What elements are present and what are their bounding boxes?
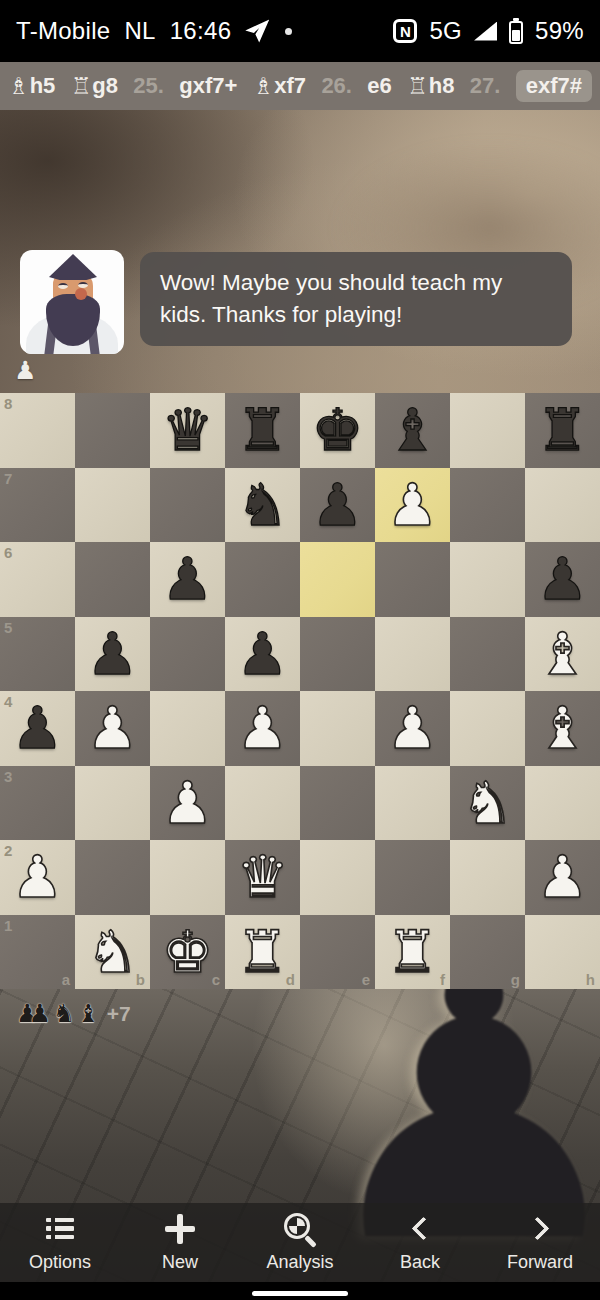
square-h3[interactable] (525, 766, 600, 841)
black-pawn[interactable]: ♟ (300, 468, 375, 543)
square-h2[interactable]: ♟ (525, 840, 600, 915)
black-pawn[interactable]: ♟ (75, 617, 150, 692)
battery-percent-label: 59% (535, 17, 584, 45)
signal-strength-icon (474, 22, 497, 41)
square-d5[interactable]: ♟ (225, 617, 300, 692)
move-item[interactable]: gxf7+ (179, 73, 237, 99)
file-label: h (586, 971, 595, 988)
white-queen[interactable]: ♛ (225, 840, 300, 915)
square-f4[interactable]: ♟ (375, 691, 450, 766)
nfc-icon: N (393, 19, 417, 43)
white-pawn[interactable]: ♟ (150, 766, 225, 841)
white-pawn[interactable]: ♟ (375, 691, 450, 766)
square-a5[interactable]: 5 (0, 617, 75, 692)
rank-label: 7 (4, 470, 12, 487)
move-number[interactable]: 25. (133, 73, 164, 99)
black-pawn[interactable]: ♟ (0, 691, 75, 766)
square-g2[interactable] (450, 840, 525, 915)
square-f8[interactable]: ♝ (375, 393, 450, 468)
square-d4[interactable]: ♟ (225, 691, 300, 766)
square-e8[interactable]: ♚ (300, 393, 375, 468)
black-bishop[interactable]: ♝ (375, 393, 450, 468)
square-g1[interactable]: g (450, 915, 525, 990)
black-knight[interactable]: ♞ (225, 468, 300, 543)
square-h5[interactable]: ♝ (525, 617, 600, 692)
analysis-label: Analysis (266, 1252, 333, 1273)
square-a2[interactable]: 2♟ (0, 840, 75, 915)
black-pawn[interactable]: ♟ (150, 542, 225, 617)
file-label: a (62, 971, 70, 988)
opponent-avatar (20, 250, 124, 354)
chess-board[interactable]: 8♛♜♚♝♜7♞♟♟6♟♟5♟♟♝4♟♟♟♟♝3♟♞2♟♛♟1ab♞c♚d♜ef… (0, 393, 600, 989)
white-pawn[interactable]: ♟ (0, 840, 75, 915)
square-a7[interactable]: 7 (0, 468, 75, 543)
white-knight[interactable]: ♞ (450, 766, 525, 841)
white-pawn[interactable]: ♟ (375, 468, 450, 543)
square-b6[interactable] (75, 542, 150, 617)
square-a1[interactable]: 1a (0, 915, 75, 990)
square-c2[interactable] (150, 840, 225, 915)
captured-piece: ♞ (53, 999, 75, 1028)
captured-piece: ♟ (28, 999, 50, 1028)
square-f3[interactable] (375, 766, 450, 841)
square-a8[interactable]: 8 (0, 393, 75, 468)
gesture-bar-area (0, 1282, 600, 1300)
battery-icon (509, 21, 523, 44)
square-c3[interactable]: ♟ (150, 766, 225, 841)
square-f5[interactable] (375, 617, 450, 692)
square-g3[interactable]: ♞ (450, 766, 525, 841)
square-b7[interactable] (75, 468, 150, 543)
opponent-chat-bubble: Wow! Maybe you should teach my kids. Tha… (140, 252, 572, 346)
rank-label: 8 (4, 395, 12, 412)
rank-label: 5 (4, 619, 12, 636)
status-bar: T-Mobile NL 16:46 N 5G 59% (0, 0, 600, 62)
square-e7[interactable]: ♟ (300, 468, 375, 543)
rank-label: 3 (4, 768, 12, 785)
forward-label: Forward (507, 1252, 573, 1273)
square-h8[interactable]: ♜ (525, 393, 600, 468)
move-item[interactable]: e6 (367, 73, 391, 99)
square-a4[interactable]: 4♟ (0, 691, 75, 766)
square-b8[interactable] (75, 393, 150, 468)
square-e6[interactable] (300, 542, 375, 617)
square-c4[interactable] (150, 691, 225, 766)
square-d7[interactable]: ♞ (225, 468, 300, 543)
back-button[interactable]: Back (360, 1203, 480, 1282)
network-type-label: 5G (429, 17, 462, 45)
square-f6[interactable] (375, 542, 450, 617)
move-number[interactable]: 26. (321, 73, 352, 99)
file-label: e (362, 971, 370, 988)
options-label: Options (29, 1252, 91, 1273)
black-pawn[interactable]: ♟ (525, 542, 600, 617)
square-f1[interactable]: f♜ (375, 915, 450, 990)
square-h1[interactable]: h (525, 915, 600, 990)
avatar-nose (75, 288, 87, 300)
square-c6[interactable]: ♟ (150, 542, 225, 617)
square-a3[interactable]: 3 (0, 766, 75, 841)
square-b5[interactable]: ♟ (75, 617, 150, 692)
white-bishop[interactable]: ♝ (525, 691, 600, 766)
carrier-label: T-Mobile (16, 17, 110, 45)
background-landscape: Wow! Maybe you should teach my kids. Tha… (0, 110, 600, 393)
square-d6[interactable] (225, 542, 300, 617)
move-item[interactable]: exf7# (516, 70, 592, 102)
square-g6[interactable] (450, 542, 525, 617)
black-king[interactable]: ♚ (300, 393, 375, 468)
chevron-left-icon (411, 1216, 435, 1240)
square-g4[interactable] (450, 691, 525, 766)
move-item[interactable]: ♗xf7 (253, 73, 306, 99)
white-knight[interactable]: ♞ (75, 915, 150, 990)
plus-icon (165, 1214, 195, 1244)
square-f7[interactable]: ♟ (375, 468, 450, 543)
notification-dot-icon (285, 28, 292, 35)
move-list-bar[interactable]: ♗h5♖g825.gxf7+♗xf726.e6♖h827.exf7# (0, 62, 600, 110)
captured-piece: ♝ (77, 999, 99, 1028)
white-pawn[interactable]: ♟ (525, 840, 600, 915)
material-advantage: +7 (107, 1002, 131, 1026)
new-game-button[interactable]: New (120, 1203, 240, 1282)
captured-pieces-by-black: ♟ (14, 356, 36, 385)
square-e3[interactable] (300, 766, 375, 841)
move-number[interactable]: 27. (470, 73, 501, 99)
white-king[interactable]: ♚ (150, 915, 225, 990)
move-item[interactable]: ♖h8 (407, 73, 454, 99)
square-d1[interactable]: d♜ (225, 915, 300, 990)
white-pawn[interactable]: ♟ (225, 691, 300, 766)
avatar-eye (58, 283, 68, 289)
move-item[interactable]: ♗h5 (8, 73, 55, 99)
square-c5[interactable] (150, 617, 225, 692)
white-pawn[interactable]: ♟ (75, 691, 150, 766)
bottom-nav-bar: Options New Analysis Back Forward (0, 1203, 600, 1282)
move-item[interactable]: ♖g8 (71, 73, 118, 99)
app-screen: T-Mobile NL 16:46 N 5G 59% ♗h5♖g825.gxf7… (0, 0, 600, 1300)
black-rook[interactable]: ♜ (525, 393, 600, 468)
square-g8[interactable] (450, 393, 525, 468)
square-h7[interactable] (525, 468, 600, 543)
options-button[interactable]: Options (0, 1203, 120, 1282)
forward-button[interactable]: Forward (480, 1203, 600, 1282)
square-h4[interactable]: ♝ (525, 691, 600, 766)
square-a6[interactable]: 6 (0, 542, 75, 617)
square-e4[interactable] (300, 691, 375, 766)
new-label: New (162, 1252, 198, 1273)
black-pawn[interactable]: ♟ (225, 617, 300, 692)
sim-label: NL (124, 17, 155, 45)
clock: 16:46 (170, 17, 232, 45)
options-list-icon (46, 1218, 74, 1240)
square-e2[interactable] (300, 840, 375, 915)
file-label: g (511, 971, 520, 988)
square-d3[interactable] (225, 766, 300, 841)
square-f2[interactable] (375, 840, 450, 915)
avatar-hair (49, 254, 97, 280)
rank-label: 1 (4, 917, 12, 934)
white-bishop[interactable]: ♝ (525, 617, 600, 692)
analysis-button[interactable]: Analysis (240, 1203, 360, 1282)
square-h6[interactable]: ♟ (525, 542, 600, 617)
home-indicator[interactable] (252, 1291, 348, 1296)
square-c8[interactable]: ♛ (150, 393, 225, 468)
black-rook[interactable]: ♜ (225, 393, 300, 468)
square-d8[interactable]: ♜ (225, 393, 300, 468)
analysis-magnifier-icon (284, 1213, 316, 1245)
chevron-right-icon (525, 1216, 549, 1240)
square-g5[interactable] (450, 617, 525, 692)
square-b2[interactable] (75, 840, 150, 915)
background-stone: ♟ ♟♟♞♝+7 Options New Analysis Back Forwa… (0, 989, 600, 1300)
square-g7[interactable] (450, 468, 525, 543)
white-rook[interactable]: ♜ (225, 915, 300, 990)
black-queen[interactable]: ♛ (150, 393, 225, 468)
back-label: Back (400, 1252, 440, 1273)
square-e5[interactable] (300, 617, 375, 692)
square-b1[interactable]: b♞ (75, 915, 150, 990)
square-c7[interactable] (150, 468, 225, 543)
square-d2[interactable]: ♛ (225, 840, 300, 915)
send-notification-icon (245, 19, 269, 43)
square-e1[interactable]: e (300, 915, 375, 990)
captured-pieces-by-white: ♟♟♞♝+7 (16, 999, 131, 1028)
rank-label: 6 (4, 544, 12, 561)
square-b3[interactable] (75, 766, 150, 841)
square-b4[interactable]: ♟ (75, 691, 150, 766)
square-c1[interactable]: c♚ (150, 915, 225, 990)
white-rook[interactable]: ♜ (375, 915, 450, 990)
